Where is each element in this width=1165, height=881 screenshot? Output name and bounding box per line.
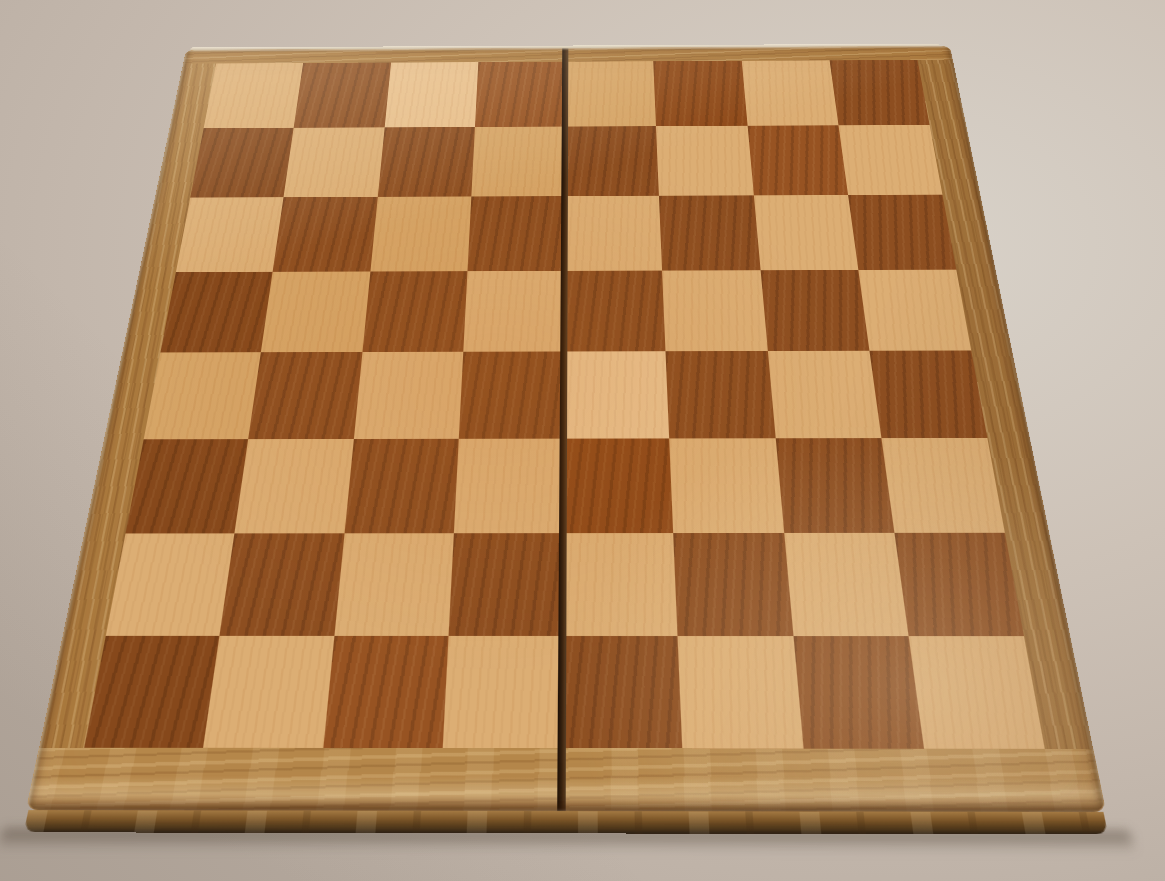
square-h7[interactable] — [838, 125, 942, 195]
square-d5[interactable] — [463, 271, 565, 352]
square-a3[interactable] — [126, 439, 249, 533]
square-c3[interactable] — [344, 439, 458, 534]
square-g1[interactable] — [793, 636, 924, 749]
square-f2[interactable] — [673, 533, 792, 636]
square-d7[interactable] — [471, 127, 565, 197]
square-c7[interactable] — [377, 127, 474, 197]
square-c1[interactable] — [323, 636, 449, 748]
square-e7[interactable] — [565, 126, 659, 196]
square-a5[interactable] — [160, 272, 272, 353]
square-h5[interactable] — [858, 270, 971, 351]
square-b6[interactable] — [273, 197, 377, 272]
photo-background — [0, 0, 1165, 881]
square-c6[interactable] — [370, 196, 471, 271]
square-f3[interactable] — [669, 438, 783, 533]
square-f7[interactable] — [656, 126, 753, 196]
square-e5[interactable] — [564, 271, 665, 352]
square-h6[interactable] — [848, 195, 956, 270]
square-a2[interactable] — [106, 533, 235, 636]
square-b1[interactable] — [203, 636, 334, 748]
square-g6[interactable] — [753, 195, 858, 270]
square-e4[interactable] — [564, 351, 670, 438]
square-b4[interactable] — [248, 352, 362, 439]
square-h1[interactable] — [908, 636, 1044, 749]
square-b3[interactable] — [235, 439, 354, 533]
square-g3[interactable] — [775, 438, 894, 533]
square-f6[interactable] — [659, 195, 760, 270]
square-h3[interactable] — [881, 438, 1005, 533]
board-shadow — [0, 828, 1134, 852]
square-g4[interactable] — [767, 351, 881, 439]
square-h4[interactable] — [869, 350, 987, 438]
square-h8[interactable] — [829, 60, 929, 125]
square-a8[interactable] — [204, 63, 304, 128]
board-surface — [26, 46, 1106, 812]
square-d8[interactable] — [475, 62, 566, 127]
square-e1[interactable] — [562, 636, 682, 749]
square-e2[interactable] — [563, 533, 678, 636]
square-e8[interactable] — [565, 61, 656, 126]
square-f4[interactable] — [666, 351, 775, 438]
square-g5[interactable] — [760, 270, 869, 351]
square-b5[interactable] — [261, 271, 370, 352]
square-a4[interactable] — [144, 352, 261, 439]
square-f1[interactable] — [678, 636, 803, 749]
square-g7[interactable] — [747, 125, 848, 195]
square-d6[interactable] — [467, 196, 565, 271]
square-d1[interactable] — [442, 636, 562, 748]
square-b8[interactable] — [294, 63, 391, 128]
square-f8[interactable] — [653, 61, 747, 126]
chessboard — [26, 46, 1106, 812]
square-c2[interactable] — [334, 533, 454, 636]
square-g2[interactable] — [784, 533, 909, 636]
square-e3[interactable] — [563, 438, 673, 533]
square-f5[interactable] — [662, 270, 767, 351]
square-d2[interactable] — [448, 533, 563, 636]
square-b2[interactable] — [220, 533, 344, 636]
square-c4[interactable] — [353, 352, 463, 439]
square-c5[interactable] — [362, 271, 467, 352]
square-d3[interactable] — [454, 439, 564, 534]
square-e6[interactable] — [565, 196, 663, 271]
square-a1[interactable] — [84, 636, 219, 748]
square-h2[interactable] — [894, 533, 1024, 636]
board-frame-bottom — [26, 748, 1106, 812]
square-a7[interactable] — [190, 128, 294, 198]
square-b7[interactable] — [284, 127, 384, 197]
square-g8[interactable] — [741, 60, 838, 125]
square-d4[interactable] — [459, 351, 565, 438]
square-a6[interactable] — [176, 197, 284, 272]
square-c8[interactable] — [384, 62, 478, 127]
